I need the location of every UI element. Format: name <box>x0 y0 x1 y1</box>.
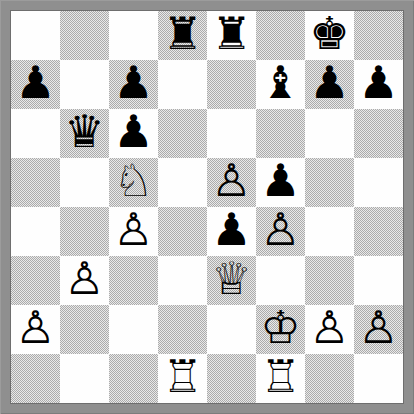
square-a4[interactable] <box>11 207 60 256</box>
square-c3[interactable] <box>109 256 158 305</box>
square-e3[interactable]: ♕ <box>207 256 256 305</box>
square-e6[interactable] <box>207 109 256 158</box>
square-h2[interactable]: ♙ <box>354 305 403 354</box>
square-h4[interactable] <box>354 207 403 256</box>
square-c2[interactable] <box>109 305 158 354</box>
square-b2[interactable] <box>60 305 109 354</box>
square-g5[interactable] <box>305 158 354 207</box>
square-g2[interactable]: ♙ <box>305 305 354 354</box>
square-h1[interactable] <box>354 354 403 403</box>
square-h3[interactable] <box>354 256 403 305</box>
square-d4[interactable] <box>158 207 207 256</box>
square-f6[interactable] <box>256 109 305 158</box>
square-f1[interactable]: ♖ <box>256 354 305 403</box>
black-bishop-f7[interactable]: ♝ <box>260 60 300 107</box>
square-g4[interactable] <box>305 207 354 256</box>
black-pawn-f5[interactable]: ♟ <box>260 158 300 205</box>
board-frame: ♜♜♚♟♟♝♟♟♛♟♘♙♟♙♟♙♙♕♙♔♙♙♖♖ <box>0 0 414 414</box>
black-queen-b6[interactable]: ♛ <box>64 109 104 156</box>
black-pawn-c7[interactable]: ♟ <box>113 60 153 107</box>
square-e2[interactable] <box>207 305 256 354</box>
white-king-f2[interactable]: ♔ <box>260 305 300 352</box>
square-c8[interactable] <box>109 11 158 60</box>
square-b1[interactable] <box>60 354 109 403</box>
square-a5[interactable] <box>11 158 60 207</box>
square-e7[interactable] <box>207 60 256 109</box>
square-d2[interactable] <box>158 305 207 354</box>
chess-board: ♜♜♚♟♟♝♟♟♛♟♘♙♟♙♟♙♙♕♙♔♙♙♖♖ <box>11 11 403 403</box>
square-d7[interactable] <box>158 60 207 109</box>
square-e4[interactable]: ♟ <box>207 207 256 256</box>
square-c6[interactable]: ♟ <box>109 109 158 158</box>
square-g1[interactable] <box>305 354 354 403</box>
square-a3[interactable] <box>11 256 60 305</box>
white-pawn-h2[interactable]: ♙ <box>358 305 398 352</box>
black-pawn-g7[interactable]: ♟ <box>309 60 349 107</box>
white-pawn-f4[interactable]: ♙ <box>260 207 300 254</box>
square-d6[interactable] <box>158 109 207 158</box>
black-rook-e8[interactable]: ♜ <box>211 11 251 58</box>
black-pawn-e4[interactable]: ♟ <box>211 207 251 254</box>
square-a7[interactable]: ♟ <box>11 60 60 109</box>
square-e1[interactable] <box>207 354 256 403</box>
square-g6[interactable] <box>305 109 354 158</box>
white-queen-e3[interactable]: ♕ <box>211 256 251 303</box>
square-h7[interactable]: ♟ <box>354 60 403 109</box>
square-c5[interactable]: ♘ <box>109 158 158 207</box>
square-e8[interactable]: ♜ <box>207 11 256 60</box>
square-b5[interactable] <box>60 158 109 207</box>
square-b3[interactable]: ♙ <box>60 256 109 305</box>
white-knight-c5[interactable]: ♘ <box>113 158 153 205</box>
square-a6[interactable] <box>11 109 60 158</box>
square-c4[interactable]: ♙ <box>109 207 158 256</box>
square-d5[interactable] <box>158 158 207 207</box>
square-f3[interactable] <box>256 256 305 305</box>
square-d8[interactable]: ♜ <box>158 11 207 60</box>
white-rook-d1[interactable]: ♖ <box>162 354 202 401</box>
square-f8[interactable] <box>256 11 305 60</box>
square-c7[interactable]: ♟ <box>109 60 158 109</box>
black-king-g8[interactable]: ♚ <box>309 11 349 58</box>
square-e5[interactable]: ♙ <box>207 158 256 207</box>
square-a8[interactable] <box>11 11 60 60</box>
black-pawn-a7[interactable]: ♟ <box>15 60 55 107</box>
square-f4[interactable]: ♙ <box>256 207 305 256</box>
square-b6[interactable]: ♛ <box>60 109 109 158</box>
square-c1[interactable] <box>109 354 158 403</box>
square-b4[interactable] <box>60 207 109 256</box>
black-pawn-c6[interactable]: ♟ <box>113 109 153 156</box>
black-pawn-h7[interactable]: ♟ <box>358 60 398 107</box>
white-pawn-g2[interactable]: ♙ <box>309 305 349 352</box>
square-g8[interactable]: ♚ <box>305 11 354 60</box>
square-g3[interactable] <box>305 256 354 305</box>
black-rook-d8[interactable]: ♜ <box>162 11 202 58</box>
square-g7[interactable]: ♟ <box>305 60 354 109</box>
square-a1[interactable] <box>11 354 60 403</box>
white-pawn-c4[interactable]: ♙ <box>113 207 153 254</box>
square-h5[interactable] <box>354 158 403 207</box>
white-pawn-b3[interactable]: ♙ <box>64 256 104 303</box>
white-rook-f1[interactable]: ♖ <box>260 354 300 401</box>
square-h6[interactable] <box>354 109 403 158</box>
square-d3[interactable] <box>158 256 207 305</box>
white-pawn-a2[interactable]: ♙ <box>15 305 55 352</box>
square-b7[interactable] <box>60 60 109 109</box>
square-f7[interactable]: ♝ <box>256 60 305 109</box>
square-a2[interactable]: ♙ <box>11 305 60 354</box>
square-f5[interactable]: ♟ <box>256 158 305 207</box>
square-d1[interactable]: ♖ <box>158 354 207 403</box>
square-f2[interactable]: ♔ <box>256 305 305 354</box>
white-pawn-e5[interactable]: ♙ <box>211 158 251 205</box>
square-h8[interactable] <box>354 11 403 60</box>
square-b8[interactable] <box>60 11 109 60</box>
